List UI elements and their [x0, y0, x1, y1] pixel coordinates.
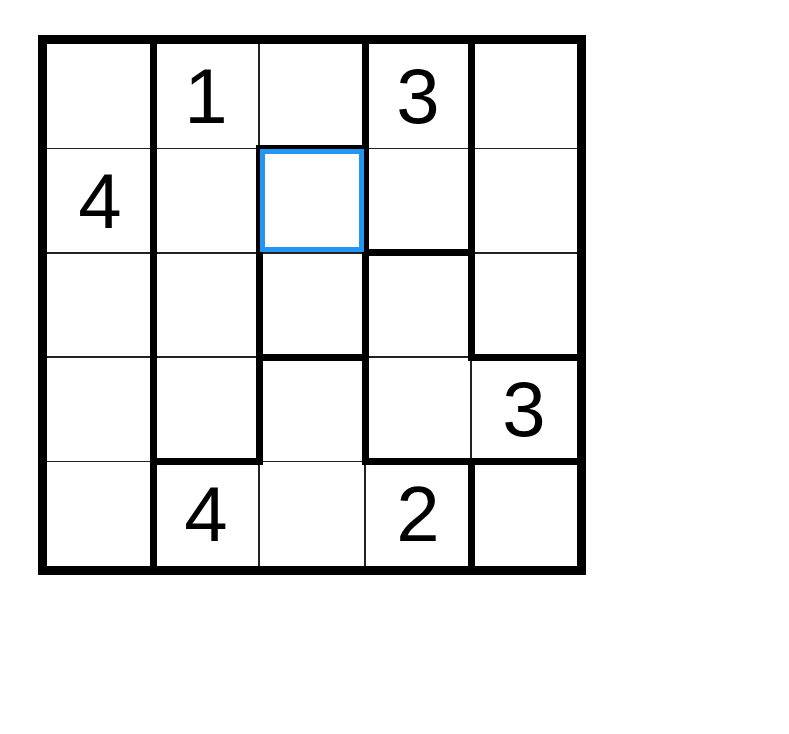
given-digit: 4 [78, 162, 121, 240]
selected-cell-highlight [260, 149, 364, 251]
cage-border-vertical [150, 354, 157, 465]
cell-r5c2[interactable]: 4 [153, 462, 259, 566]
cell-r4c4[interactable] [365, 357, 471, 461]
cell-r4c3[interactable] [259, 357, 365, 461]
cell-r4c1[interactable] [47, 357, 153, 461]
cage-border-vertical [150, 458, 157, 569]
cell-r3c4[interactable] [365, 253, 471, 357]
cell-r2c4[interactable] [365, 148, 471, 252]
cage-border-vertical [362, 41, 369, 152]
cage-border-vertical [150, 145, 157, 256]
given-digit: 1 [184, 57, 227, 135]
cell-r5c1[interactable] [47, 462, 153, 566]
cell-r3c2[interactable] [153, 253, 259, 357]
cell-r5c4[interactable]: 2 [365, 462, 471, 566]
cell-r5c5[interactable] [471, 462, 577, 566]
cage-border-horizontal [362, 458, 475, 465]
cell-r5c3[interactable] [259, 462, 365, 566]
cage-border-horizontal [468, 354, 581, 361]
cell-r3c5[interactable] [471, 253, 577, 357]
cell-r2c2[interactable] [153, 148, 259, 252]
cage-border-horizontal [150, 458, 263, 465]
given-digit: 2 [396, 475, 439, 553]
cage-border-vertical [468, 458, 475, 569]
cage-border-vertical [256, 354, 263, 465]
cage-border-vertical [468, 41, 475, 152]
given-digit: 4 [184, 475, 227, 553]
cell-r2c5[interactable] [471, 148, 577, 252]
cell-r4c5[interactable]: 3 [471, 357, 577, 461]
cage-border-horizontal [362, 249, 475, 256]
cell-r1c4[interactable]: 3 [365, 44, 471, 148]
cell-r4c2[interactable] [153, 357, 259, 461]
cell-r3c1[interactable] [47, 253, 153, 357]
puzzle-board: 134342 [38, 35, 586, 575]
cage-border-horizontal [468, 458, 581, 465]
given-digit: 3 [396, 57, 439, 135]
cage-border-horizontal [256, 354, 369, 361]
cage-border-vertical [362, 249, 369, 360]
given-digit: 3 [502, 370, 545, 448]
cell-r1c1[interactable] [47, 44, 153, 148]
cage-border-vertical [150, 249, 157, 360]
cell-r3c3[interactable] [259, 253, 365, 357]
cell-r1c5[interactable] [471, 44, 577, 148]
cell-r2c1[interactable]: 4 [47, 148, 153, 252]
cage-border-vertical [468, 249, 475, 360]
puzzle-grid: 134342 [47, 44, 577, 566]
cage-border-vertical [362, 354, 369, 465]
cage-border-vertical [150, 41, 157, 152]
page: 134342 [0, 0, 789, 734]
cell-r1c3[interactable] [259, 44, 365, 148]
cell-r1c2[interactable]: 1 [153, 44, 259, 148]
cage-border-vertical [256, 249, 263, 360]
grid-line-horizontal [47, 252, 577, 254]
cage-border-vertical [468, 145, 475, 256]
